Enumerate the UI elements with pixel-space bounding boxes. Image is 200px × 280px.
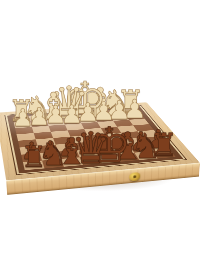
- chess-set-scene: [0, 0, 200, 280]
- chess-board: [0, 102, 200, 180]
- square-a7: [21, 153, 42, 162]
- square-a8: [23, 161, 45, 171]
- product-photo: ♜♞♝♛♚♝♞♜♟♟♟♟♟♟♟♟♟♟♟♟♟♟♟♟♜♞♝♛♚♝♞♜: [0, 0, 200, 280]
- border-band: [7, 106, 183, 173]
- square-h8: [152, 150, 175, 159]
- clasp-keyhole-icon: [133, 175, 136, 178]
- border-pinstripe: [4, 105, 187, 175]
- board-grid: [12, 108, 175, 170]
- square-b8: [42, 159, 64, 169]
